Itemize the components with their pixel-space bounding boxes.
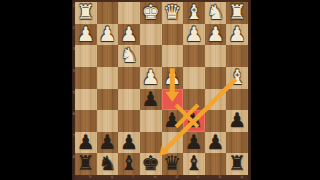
black-bishop-f8: ♝ <box>118 153 140 175</box>
square-e7[interactable] <box>140 132 162 154</box>
square-h5[interactable] <box>75 89 97 111</box>
square-f8[interactable]: ♝ <box>118 153 140 175</box>
white-knight-b1: ♞ <box>205 2 227 24</box>
square-a1[interactable]: ♜ <box>226 2 248 24</box>
square-e3[interactable] <box>140 45 162 67</box>
white-pawn-a2: ♟ <box>226 24 248 46</box>
white-pawn-b2: ♟ <box>205 24 227 46</box>
square-e2[interactable] <box>140 24 162 46</box>
white-queen-d1: ♛ <box>162 2 184 24</box>
square-g2[interactable]: ♟ <box>97 24 119 46</box>
square-c1[interactable]: ♝ <box>183 2 205 24</box>
square-a8[interactable]: ♜ <box>226 153 248 175</box>
square-b2[interactable]: ♟ <box>205 24 227 46</box>
right-letterbox-bar <box>251 0 320 180</box>
left-letterbox-bar <box>0 0 72 180</box>
black-pawn-d6: ♟ <box>162 110 184 132</box>
square-f2[interactable]: ♟ <box>118 24 140 46</box>
square-c8[interactable]: ♝ <box>183 153 205 175</box>
square-d4[interactable]: ♟ <box>162 67 184 89</box>
square-a5[interactable] <box>226 89 248 111</box>
square-e1[interactable]: ♚ <box>140 2 162 24</box>
board-frame: ♜♚♛♝♞♜♟♟♟♟♟♟♞♟♟♝♟♟♞♟♟♟♟♟♟♜♞♝♚♛♝♜ <box>72 0 251 180</box>
square-h2[interactable]: ♟ <box>75 24 97 46</box>
chess-board: ♜♚♛♝♞♜♟♟♟♟♟♟♞♟♟♝♟♟♞♟♟♟♟♟♟♜♞♝♚♛♝♜ <box>75 2 248 175</box>
square-d7[interactable] <box>162 132 184 154</box>
black-pawn-b7: ♟ <box>205 132 227 154</box>
square-g1[interactable] <box>97 2 119 24</box>
square-c4[interactable] <box>183 67 205 89</box>
square-a4[interactable]: ♝ <box>226 67 248 89</box>
black-pawn-c7: ♟ <box>183 132 205 154</box>
square-b1[interactable]: ♞ <box>205 2 227 24</box>
square-b4[interactable] <box>205 67 227 89</box>
square-d1[interactable]: ♛ <box>162 2 184 24</box>
white-pawn-c2: ♟ <box>183 24 205 46</box>
square-h6[interactable] <box>75 110 97 132</box>
square-b3[interactable] <box>205 45 227 67</box>
square-h3[interactable] <box>75 45 97 67</box>
square-a6[interactable]: ♟ <box>226 110 248 132</box>
black-rook-a8: ♜ <box>226 153 248 175</box>
white-bishop-c1: ♝ <box>183 2 205 24</box>
square-d3[interactable] <box>162 45 184 67</box>
square-b7[interactable]: ♟ <box>205 132 227 154</box>
square-d6[interactable]: ♟ <box>162 110 184 132</box>
square-e5[interactable]: ♟ <box>140 89 162 111</box>
square-b5[interactable] <box>205 89 227 111</box>
square-c5[interactable] <box>183 89 205 111</box>
white-knight-f3: ♞ <box>118 45 140 67</box>
black-pawn-e5: ♟ <box>140 89 162 111</box>
square-f3[interactable]: ♞ <box>118 45 140 67</box>
square-h7[interactable]: ♟ <box>75 132 97 154</box>
square-f4[interactable] <box>118 67 140 89</box>
square-a2[interactable]: ♟ <box>226 24 248 46</box>
square-a7[interactable] <box>226 132 248 154</box>
white-king-e1: ♚ <box>140 2 162 24</box>
square-f7[interactable]: ♟ <box>118 132 140 154</box>
square-h4[interactable] <box>75 67 97 89</box>
square-d5[interactable] <box>162 89 184 111</box>
white-bishop-a4: ♝ <box>226 67 248 89</box>
white-rook-a1: ♜ <box>226 2 248 24</box>
square-c7[interactable]: ♟ <box>183 132 205 154</box>
square-h1[interactable]: ♜ <box>75 2 97 24</box>
white-rook-h1: ♜ <box>75 2 97 24</box>
square-d8[interactable]: ♛ <box>162 153 184 175</box>
black-pawn-f7: ♟ <box>118 132 140 154</box>
square-c6[interactable]: ♞ <box>183 110 205 132</box>
white-pawn-f2: ♟ <box>118 24 140 46</box>
square-f5[interactable] <box>118 89 140 111</box>
black-rook-h8: ♜ <box>75 153 97 175</box>
black-king-e8: ♚ <box>140 153 162 175</box>
square-e6[interactable] <box>140 110 162 132</box>
black-pawn-g7: ♟ <box>97 132 119 154</box>
black-knight-c6: ♞ <box>183 110 205 132</box>
square-g3[interactable] <box>97 45 119 67</box>
white-pawn-e4: ♟ <box>140 67 162 89</box>
square-c3[interactable] <box>183 45 205 67</box>
square-b6[interactable] <box>205 110 227 132</box>
square-e4[interactable]: ♟ <box>140 67 162 89</box>
square-d2[interactable] <box>162 24 184 46</box>
white-pawn-h2: ♟ <box>75 24 97 46</box>
square-h8[interactable]: ♜ <box>75 153 97 175</box>
black-knight-g8: ♞ <box>97 153 119 175</box>
square-g4[interactable] <box>97 67 119 89</box>
black-pawn-h7: ♟ <box>75 132 97 154</box>
square-b8[interactable] <box>205 153 227 175</box>
black-bishop-c8: ♝ <box>183 153 205 175</box>
square-f6[interactable] <box>118 110 140 132</box>
square-e8[interactable]: ♚ <box>140 153 162 175</box>
square-f1[interactable] <box>118 2 140 24</box>
white-pawn-g2: ♟ <box>97 24 119 46</box>
black-pawn-a6: ♟ <box>226 110 248 132</box>
square-g6[interactable] <box>97 110 119 132</box>
square-g7[interactable]: ♟ <box>97 132 119 154</box>
square-a3[interactable] <box>226 45 248 67</box>
black-queen-d8: ♛ <box>162 153 184 175</box>
white-pawn-d4: ♟ <box>162 67 184 89</box>
square-g8[interactable]: ♞ <box>97 153 119 175</box>
square-c2[interactable]: ♟ <box>183 24 205 46</box>
square-g5[interactable] <box>97 89 119 111</box>
